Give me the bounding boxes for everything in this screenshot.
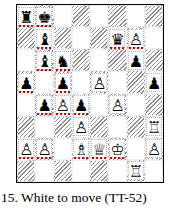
square-d4: ♟ xyxy=(72,94,90,116)
square-d3: ♙ xyxy=(72,116,90,138)
square-d5 xyxy=(72,71,90,93)
square-g1: ♖ xyxy=(127,160,145,182)
square-e7 xyxy=(90,27,108,49)
piece-black-pawn: ♟ xyxy=(128,51,144,70)
square-e4 xyxy=(90,94,108,116)
square-c1 xyxy=(54,160,72,182)
square-f7: ♛ xyxy=(108,27,126,49)
square-g3 xyxy=(127,116,145,138)
square-d8 xyxy=(72,5,90,27)
square-d1 xyxy=(72,160,90,182)
square-h1 xyxy=(145,160,163,182)
piece-white-bishop: ♗ xyxy=(73,139,89,158)
piece-white-pawn: ♙ xyxy=(36,139,52,158)
piece-black-pawn: ♟ xyxy=(73,95,89,114)
square-e6 xyxy=(90,49,108,71)
square-e8 xyxy=(90,5,108,27)
piece-white-rook: ♖ xyxy=(128,161,144,180)
square-g2 xyxy=(127,138,145,160)
square-c7 xyxy=(54,27,72,49)
square-b1 xyxy=(35,160,53,182)
square-a3 xyxy=(17,116,35,138)
square-c2 xyxy=(54,138,72,160)
square-g8 xyxy=(127,5,145,27)
piece-white-pawn: ♙ xyxy=(18,139,34,158)
square-e5: ♙ xyxy=(90,71,108,93)
square-a4 xyxy=(17,94,35,116)
piece-black-pawn: ♟ xyxy=(36,95,52,114)
piece-white-queen: ♕ xyxy=(91,139,107,158)
square-f6 xyxy=(108,49,126,71)
square-b7: ♝ xyxy=(35,27,53,49)
square-e3 xyxy=(90,116,108,138)
piece-white-pawn: ♙ xyxy=(73,117,89,136)
chess-board: ♜♚♝♛♙♝♞♟♟♟♙♟♟♙♟♙♙♖♙♙♗♕♔♙♖ xyxy=(16,4,164,183)
piece-black-pawn: ♟ xyxy=(18,73,34,92)
square-a8: ♜ xyxy=(17,5,35,27)
square-c6: ♞ xyxy=(54,49,72,71)
square-d6 xyxy=(72,49,90,71)
square-h5: ♟ xyxy=(145,71,163,93)
piece-white-king: ♔ xyxy=(109,139,125,158)
piece-white-pawn: ♙ xyxy=(146,139,162,158)
piece-white-pawn: ♙ xyxy=(128,29,144,48)
square-f2: ♔ xyxy=(108,138,126,160)
square-b6: ♝ xyxy=(35,49,53,71)
square-h7 xyxy=(145,27,163,49)
piece-black-knight: ♞ xyxy=(55,51,71,70)
square-g4 xyxy=(127,94,145,116)
square-f5 xyxy=(108,71,126,93)
diagram-caption: 15. White to move (TT-52) xyxy=(1,190,171,206)
square-d2: ♗ xyxy=(72,138,90,160)
square-h3: ♖ xyxy=(145,116,163,138)
square-c3 xyxy=(54,116,72,138)
piece-black-bishop: ♝ xyxy=(36,51,52,70)
square-g6: ♟ xyxy=(127,49,145,71)
square-b4: ♟ xyxy=(35,94,53,116)
square-e2: ♕ xyxy=(90,138,108,160)
piece-black-rook: ♜ xyxy=(18,7,34,26)
square-c4: ♙ xyxy=(54,94,72,116)
square-b8: ♚ xyxy=(35,5,53,27)
piece-black-queen: ♛ xyxy=(109,29,125,48)
piece-black-pawn: ♟ xyxy=(55,73,71,92)
piece-white-pawn: ♙ xyxy=(55,95,71,114)
square-h8 xyxy=(145,5,163,27)
square-b3 xyxy=(35,116,53,138)
square-f8 xyxy=(108,5,126,27)
piece-white-pawn: ♙ xyxy=(91,73,107,92)
square-f4: ♙ xyxy=(108,94,126,116)
square-h6 xyxy=(145,49,163,71)
square-c5: ♟ xyxy=(54,71,72,93)
square-a1 xyxy=(17,160,35,182)
square-a2: ♙ xyxy=(17,138,35,160)
square-c8 xyxy=(54,5,72,27)
square-h2: ♙ xyxy=(145,138,163,160)
square-f1 xyxy=(108,160,126,182)
piece-black-king: ♚ xyxy=(36,7,52,26)
chess-diagram-page: ♜♚♝♛♙♝♞♟♟♟♙♟♟♙♟♙♙♖♙♙♗♕♔♙♖ 15. White to m… xyxy=(0,0,173,214)
square-e1 xyxy=(90,160,108,182)
square-b2: ♙ xyxy=(35,138,53,160)
square-f3 xyxy=(108,116,126,138)
square-a7 xyxy=(17,27,35,49)
square-h4 xyxy=(145,94,163,116)
square-g5 xyxy=(127,71,145,93)
square-a6 xyxy=(17,49,35,71)
square-d7 xyxy=(72,27,90,49)
square-a5: ♟ xyxy=(17,71,35,93)
piece-black-pawn: ♟ xyxy=(146,73,162,92)
square-b5 xyxy=(35,71,53,93)
square-g7: ♙ xyxy=(127,27,145,49)
piece-white-rook: ♖ xyxy=(146,117,162,136)
piece-white-pawn: ♙ xyxy=(109,95,125,114)
piece-black-bishop: ♝ xyxy=(36,29,52,48)
